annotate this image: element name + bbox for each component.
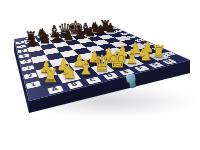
- file-label: B: [66, 81, 82, 89]
- file-label: F: [133, 65, 149, 71]
- chess-set-photo: ABCDEFGH8877665544332211ABCDEFGH ♜♞♝♛♚♝♞…: [0, 0, 200, 150]
- rank-label: 1: [26, 81, 41, 89]
- clasp-icon: [124, 73, 141, 91]
- file-label: C: [85, 76, 101, 84]
- file-label: A: [47, 85, 63, 94]
- file-label: D: [102, 73, 118, 80]
